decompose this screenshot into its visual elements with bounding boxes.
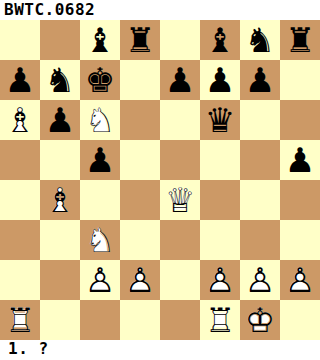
square-d7[interactable] <box>120 60 160 100</box>
square-e3[interactable] <box>160 220 200 260</box>
square-h8[interactable]: ♜ <box>280 20 320 60</box>
white-rook[interactable]: ♜♖ <box>0 300 40 340</box>
square-g5[interactable] <box>240 140 280 180</box>
black-pawn[interactable]: ♟ <box>160 60 200 100</box>
piece-glyph: ♞ <box>240 20 280 60</box>
piece-outline: ♗ <box>40 180 80 220</box>
piece-outline: ♙ <box>80 260 120 300</box>
piece-outline: ♖ <box>0 300 40 340</box>
square-g2[interactable]: ♟♙ <box>240 260 280 300</box>
black-knight[interactable]: ♞ <box>40 60 80 100</box>
piece-glyph: ♝ <box>200 20 240 60</box>
square-c3[interactable]: ♞♘ <box>80 220 120 260</box>
square-b8[interactable] <box>40 20 80 60</box>
square-d6[interactable] <box>120 100 160 140</box>
black-king[interactable]: ♚ <box>80 60 120 100</box>
square-f6[interactable]: ♛ <box>200 100 240 140</box>
piece-glyph: ♟ <box>160 60 200 100</box>
piece-glyph: ♞ <box>40 60 80 100</box>
square-a7[interactable]: ♟ <box>0 60 40 100</box>
square-b6[interactable]: ♟ <box>40 100 80 140</box>
piece-glyph: ♜ <box>120 20 160 60</box>
square-g3[interactable] <box>240 220 280 260</box>
square-h2[interactable]: ♟♙ <box>280 260 320 300</box>
square-a3[interactable] <box>0 220 40 260</box>
piece-outline: ♙ <box>200 260 240 300</box>
square-b1[interactable] <box>40 300 80 340</box>
square-a2[interactable] <box>0 260 40 300</box>
square-c4[interactable] <box>80 180 120 220</box>
square-e6[interactable] <box>160 100 200 140</box>
square-b7[interactable]: ♞ <box>40 60 80 100</box>
piece-outline: ♘ <box>80 220 120 260</box>
square-c2[interactable]: ♟♙ <box>80 260 120 300</box>
piece-outline: ♗ <box>0 100 40 140</box>
square-g1[interactable]: ♚♔ <box>240 300 280 340</box>
square-g8[interactable]: ♞ <box>240 20 280 60</box>
piece-glyph: ♟ <box>280 140 320 180</box>
square-f8[interactable]: ♝ <box>200 20 240 60</box>
white-pawn[interactable]: ♟♙ <box>120 260 160 300</box>
square-b5[interactable] <box>40 140 80 180</box>
piece-glyph: ♜ <box>280 20 320 60</box>
square-c1[interactable] <box>80 300 120 340</box>
piece-outline: ♙ <box>280 260 320 300</box>
square-d5[interactable] <box>120 140 160 180</box>
piece-glyph: ♟ <box>200 60 240 100</box>
square-a5[interactable] <box>0 140 40 180</box>
square-h1[interactable] <box>280 300 320 340</box>
black-pawn[interactable]: ♟ <box>280 140 320 180</box>
square-h7[interactable] <box>280 60 320 100</box>
white-queen[interactable]: ♛♕ <box>160 180 200 220</box>
square-f4[interactable] <box>200 180 240 220</box>
piece-glyph: ♟ <box>40 100 80 140</box>
piece-glyph: ♚ <box>80 60 120 100</box>
piece-glyph: ♛ <box>200 100 240 140</box>
square-h3[interactable] <box>280 220 320 260</box>
black-pawn[interactable]: ♟ <box>240 60 280 100</box>
square-h6[interactable] <box>280 100 320 140</box>
square-g7[interactable]: ♟ <box>240 60 280 100</box>
black-rook[interactable]: ♜ <box>120 20 160 60</box>
square-d1[interactable] <box>120 300 160 340</box>
chess-board: ♝♜♝♞♜♟♞♚♟♟♟♝♗♟♞♘♛♟♟♝♗♛♕♞♘♟♙♟♙♟♙♟♙♟♙♜♖♜♖♚… <box>0 20 320 340</box>
black-rook[interactable]: ♜ <box>280 20 320 60</box>
square-e7[interactable]: ♟ <box>160 60 200 100</box>
piece-outline: ♙ <box>120 260 160 300</box>
square-c5[interactable]: ♟ <box>80 140 120 180</box>
white-pawn[interactable]: ♟♙ <box>240 260 280 300</box>
square-g4[interactable] <box>240 180 280 220</box>
square-f1[interactable]: ♜♖ <box>200 300 240 340</box>
square-b4[interactable]: ♝♗ <box>40 180 80 220</box>
puzzle-id: BWTC.0682 <box>0 0 320 20</box>
square-f3[interactable] <box>200 220 240 260</box>
square-f5[interactable] <box>200 140 240 180</box>
square-c6[interactable]: ♞♘ <box>80 100 120 140</box>
black-pawn[interactable]: ♟ <box>80 140 120 180</box>
black-queen[interactable]: ♛ <box>200 100 240 140</box>
piece-glyph: ♝ <box>80 20 120 60</box>
square-a6[interactable]: ♝♗ <box>0 100 40 140</box>
piece-outline: ♔ <box>240 300 280 340</box>
square-d2[interactable]: ♟♙ <box>120 260 160 300</box>
square-f7[interactable]: ♟ <box>200 60 240 100</box>
square-d4[interactable] <box>120 180 160 220</box>
white-pawn[interactable]: ♟♙ <box>80 260 120 300</box>
black-knight[interactable]: ♞ <box>240 20 280 60</box>
piece-outline: ♘ <box>80 100 120 140</box>
black-bishop[interactable]: ♝ <box>200 20 240 60</box>
square-d8[interactable]: ♜ <box>120 20 160 60</box>
piece-outline: ♕ <box>160 180 200 220</box>
square-a4[interactable] <box>0 180 40 220</box>
square-f2[interactable]: ♟♙ <box>200 260 240 300</box>
square-g6[interactable] <box>240 100 280 140</box>
square-b3[interactable] <box>40 220 80 260</box>
move-prompt: 1. ? <box>0 340 320 360</box>
piece-glyph: ♟ <box>240 60 280 100</box>
piece-outline: ♙ <box>240 260 280 300</box>
square-c7[interactable]: ♚ <box>80 60 120 100</box>
white-pawn[interactable]: ♟♙ <box>200 260 240 300</box>
square-h4[interactable] <box>280 180 320 220</box>
piece-glyph: ♟ <box>0 60 40 100</box>
black-pawn[interactable]: ♟ <box>0 60 40 100</box>
square-c8[interactable]: ♝ <box>80 20 120 60</box>
square-e8[interactable] <box>160 20 200 60</box>
white-bishop[interactable]: ♝♗ <box>40 180 80 220</box>
chess-app-window: BWTC.0682 ♝♜♝♞♜♟♞♚♟♟♟♝♗♟♞♘♛♟♟♝♗♛♕♞♘♟♙♟♙♟… <box>0 0 320 360</box>
square-b2[interactable] <box>40 260 80 300</box>
square-e4[interactable]: ♛♕ <box>160 180 200 220</box>
square-e5[interactable] <box>160 140 200 180</box>
black-pawn[interactable]: ♟ <box>200 60 240 100</box>
piece-outline: ♖ <box>200 300 240 340</box>
black-pawn[interactable]: ♟ <box>40 100 80 140</box>
square-a1[interactable]: ♜♖ <box>0 300 40 340</box>
white-king[interactable]: ♚♔ <box>240 300 280 340</box>
white-knight[interactable]: ♞♘ <box>80 100 120 140</box>
white-knight[interactable]: ♞♘ <box>80 220 120 260</box>
piece-glyph: ♟ <box>80 140 120 180</box>
square-h5[interactable]: ♟ <box>280 140 320 180</box>
square-e1[interactable] <box>160 300 200 340</box>
white-bishop[interactable]: ♝♗ <box>0 100 40 140</box>
square-d3[interactable] <box>120 220 160 260</box>
square-a8[interactable] <box>0 20 40 60</box>
white-pawn[interactable]: ♟♙ <box>280 260 320 300</box>
white-rook[interactable]: ♜♖ <box>200 300 240 340</box>
square-e2[interactable] <box>160 260 200 300</box>
black-bishop[interactable]: ♝ <box>80 20 120 60</box>
